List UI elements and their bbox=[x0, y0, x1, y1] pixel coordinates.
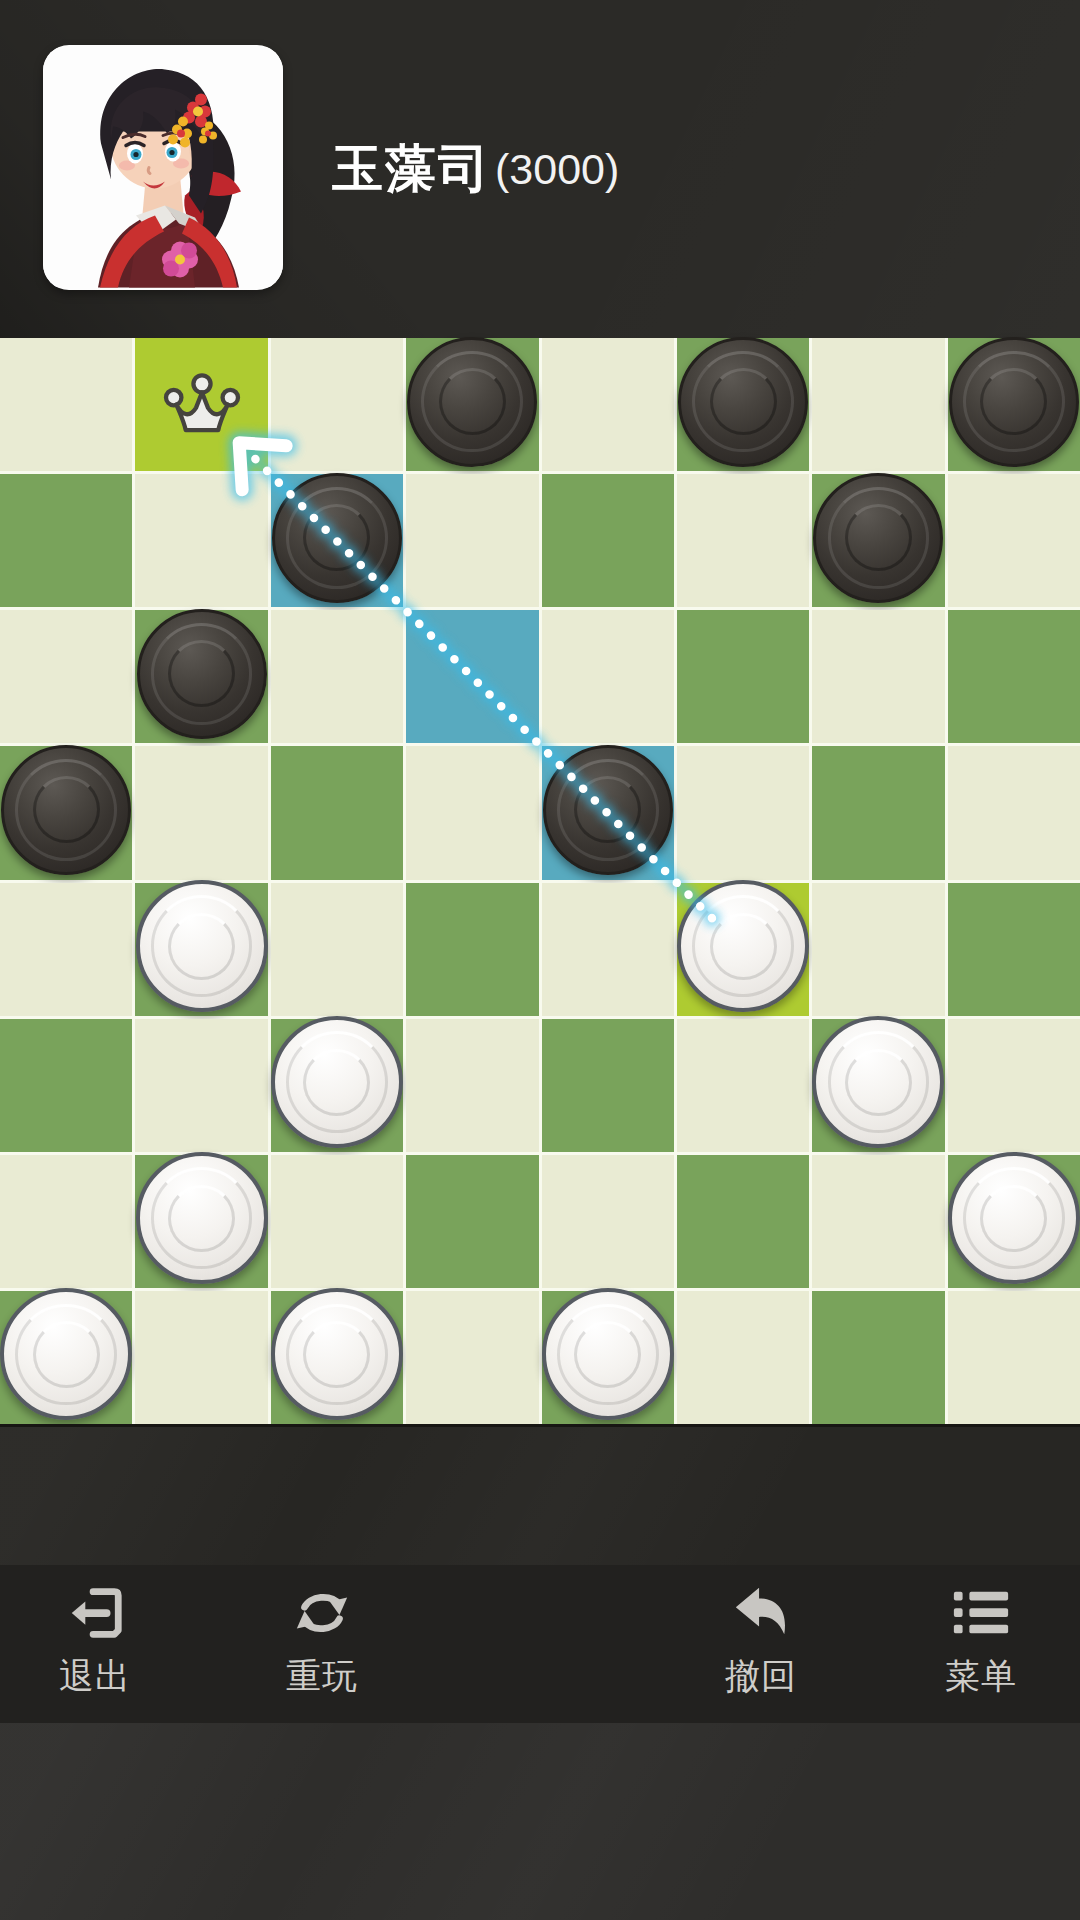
cell-6-0[interactable] bbox=[0, 1155, 132, 1288]
cell-2-3[interactable] bbox=[406, 610, 538, 743]
cell-4-7[interactable] bbox=[948, 883, 1080, 1016]
board-toolbar-gap bbox=[0, 1424, 1080, 1568]
cell-1-3[interactable] bbox=[406, 474, 538, 607]
cell-0-5[interactable] bbox=[677, 338, 809, 471]
black-piece[interactable] bbox=[543, 745, 673, 875]
cell-5-3[interactable] bbox=[406, 1019, 538, 1152]
white-piece[interactable] bbox=[948, 1152, 1080, 1284]
cell-7-3[interactable] bbox=[406, 1291, 538, 1424]
cell-1-1[interactable] bbox=[135, 474, 267, 607]
cell-7-0[interactable] bbox=[0, 1291, 132, 1424]
cell-7-5[interactable] bbox=[677, 1291, 809, 1424]
white-piece[interactable] bbox=[542, 1288, 674, 1420]
black-piece[interactable] bbox=[272, 473, 402, 603]
undo-button[interactable]: 撤回 bbox=[681, 1583, 841, 1700]
cell-3-0[interactable] bbox=[0, 746, 132, 879]
white-piece[interactable] bbox=[136, 880, 268, 1012]
cell-1-2[interactable] bbox=[271, 474, 403, 607]
cell-2-1[interactable] bbox=[135, 610, 267, 743]
white-piece[interactable] bbox=[0, 1288, 132, 1420]
cell-2-5[interactable] bbox=[677, 610, 809, 743]
cell-2-7[interactable] bbox=[948, 610, 1080, 743]
exit-label: 退出 bbox=[59, 1653, 131, 1700]
bottom-toolbar: 退出 重玩 撤回 菜单 bbox=[0, 1565, 1080, 1723]
opponent-avatar[interactable] bbox=[43, 45, 283, 290]
cell-0-2[interactable] bbox=[271, 338, 403, 471]
cell-2-0[interactable] bbox=[0, 610, 132, 743]
cell-3-3[interactable] bbox=[406, 746, 538, 879]
cell-6-6[interactable] bbox=[812, 1155, 944, 1288]
cell-1-5[interactable] bbox=[677, 474, 809, 607]
white-piece[interactable] bbox=[677, 880, 809, 1012]
undo-label: 撤回 bbox=[725, 1653, 797, 1700]
exit-button[interactable]: 退出 bbox=[15, 1583, 175, 1700]
replay-label: 重玩 bbox=[286, 1653, 358, 1700]
cell-1-7[interactable] bbox=[948, 474, 1080, 607]
cell-4-1[interactable] bbox=[135, 883, 267, 1016]
white-piece[interactable] bbox=[812, 1016, 944, 1148]
cell-4-2[interactable] bbox=[271, 883, 403, 1016]
cell-2-2[interactable] bbox=[271, 610, 403, 743]
cell-0-7[interactable] bbox=[948, 338, 1080, 471]
avatar-girl-illustration bbox=[43, 45, 283, 290]
cell-4-3[interactable] bbox=[406, 883, 538, 1016]
player-name: 玉藻司 bbox=[332, 135, 491, 204]
cell-4-5[interactable] bbox=[677, 883, 809, 1016]
cell-0-4[interactable] bbox=[542, 338, 674, 471]
white-piece[interactable] bbox=[136, 1152, 268, 1284]
player-info: 玉藻司 (3000) bbox=[332, 0, 619, 338]
cell-5-1[interactable] bbox=[135, 1019, 267, 1152]
restart-circular-arrows-icon bbox=[291, 1583, 353, 1643]
checkers-app-screen: 玉藻司 (3000) bbox=[0, 0, 1080, 1920]
cell-3-4[interactable] bbox=[542, 746, 674, 879]
menu-button[interactable]: 菜单 bbox=[901, 1583, 1061, 1700]
black-piece[interactable] bbox=[678, 337, 808, 467]
black-piece[interactable] bbox=[407, 337, 537, 467]
white-piece[interactable] bbox=[271, 1288, 403, 1420]
black-piece[interactable] bbox=[813, 473, 943, 603]
cell-6-1[interactable] bbox=[135, 1155, 267, 1288]
cell-0-6[interactable] bbox=[812, 338, 944, 471]
cell-0-1[interactable] bbox=[135, 338, 267, 471]
cell-2-6[interactable] bbox=[812, 610, 944, 743]
logout-door-arrow-icon bbox=[64, 1583, 126, 1643]
cell-2-4[interactable] bbox=[542, 610, 674, 743]
black-piece[interactable] bbox=[1, 745, 131, 875]
cell-7-2[interactable] bbox=[271, 1291, 403, 1424]
cell-5-0[interactable] bbox=[0, 1019, 132, 1152]
cell-1-4[interactable] bbox=[542, 474, 674, 607]
menu-label: 菜单 bbox=[945, 1653, 1017, 1700]
cell-3-7[interactable] bbox=[948, 746, 1080, 879]
board bbox=[0, 338, 1080, 1424]
cell-5-4[interactable] bbox=[542, 1019, 674, 1152]
cell-6-5[interactable] bbox=[677, 1155, 809, 1288]
replay-button[interactable]: 重玩 bbox=[242, 1583, 402, 1700]
player-header: 玉藻司 (3000) bbox=[0, 0, 1080, 338]
cell-6-3[interactable] bbox=[406, 1155, 538, 1288]
cell-6-7[interactable] bbox=[948, 1155, 1080, 1288]
black-piece[interactable] bbox=[137, 609, 267, 739]
cell-3-2[interactable] bbox=[271, 746, 403, 879]
bulleted-list-menu-icon bbox=[950, 1583, 1012, 1643]
cell-3-5[interactable] bbox=[677, 746, 809, 879]
cell-7-4[interactable] bbox=[542, 1291, 674, 1424]
cell-7-1[interactable] bbox=[135, 1291, 267, 1424]
cell-4-4[interactable] bbox=[542, 883, 674, 1016]
cell-0-0[interactable] bbox=[0, 338, 132, 471]
cell-4-6[interactable] bbox=[812, 883, 944, 1016]
cell-1-0[interactable] bbox=[0, 474, 132, 607]
player-rating: (3000) bbox=[495, 145, 619, 194]
cell-4-0[interactable] bbox=[0, 883, 132, 1016]
cell-6-4[interactable] bbox=[542, 1155, 674, 1288]
cell-5-2[interactable] bbox=[271, 1019, 403, 1152]
cell-7-7[interactable] bbox=[948, 1291, 1080, 1424]
cell-5-6[interactable] bbox=[812, 1019, 944, 1152]
cell-3-6[interactable] bbox=[812, 746, 944, 879]
bottom-background bbox=[0, 1723, 1080, 1920]
white-piece[interactable] bbox=[271, 1016, 403, 1148]
cell-0-3[interactable] bbox=[406, 338, 538, 471]
cell-6-2[interactable] bbox=[271, 1155, 403, 1288]
cell-3-1[interactable] bbox=[135, 746, 267, 879]
cell-5-7[interactable] bbox=[948, 1019, 1080, 1152]
undo-back-arrow-icon bbox=[730, 1583, 792, 1643]
cell-1-6[interactable] bbox=[812, 474, 944, 607]
cell-5-5[interactable] bbox=[677, 1019, 809, 1152]
cell-7-6[interactable] bbox=[812, 1291, 944, 1424]
crown-icon bbox=[159, 365, 245, 437]
black-piece[interactable] bbox=[949, 337, 1079, 467]
